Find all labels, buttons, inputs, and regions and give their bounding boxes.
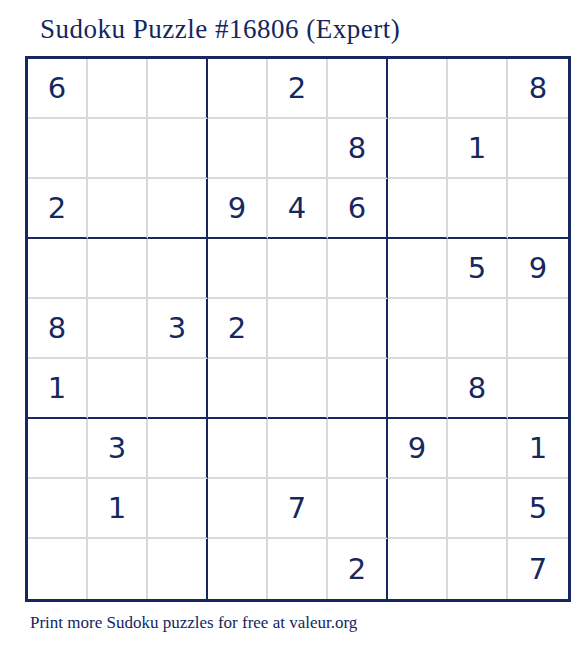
cell-r7c6-empty xyxy=(328,419,388,479)
cell-r5c9-empty xyxy=(508,299,568,359)
cell-r4c5-empty xyxy=(268,239,328,299)
cell-r2c5-empty xyxy=(268,119,328,179)
cell-r6c2-empty xyxy=(88,359,148,419)
cell-r4c7-empty xyxy=(388,239,448,299)
cell-r6c1-given: 1 xyxy=(28,359,88,419)
cell-r4c8-given: 5 xyxy=(448,239,508,299)
cell-r5c2-empty xyxy=(88,299,148,359)
cell-r1c6-empty xyxy=(328,59,388,119)
cell-r1c8-empty xyxy=(448,59,508,119)
cell-r3c6-given: 6 xyxy=(328,179,388,239)
cell-r2c7-empty xyxy=(388,119,448,179)
cell-r1c2-empty xyxy=(88,59,148,119)
cell-r3c5-given: 4 xyxy=(268,179,328,239)
cell-r7c9-given: 1 xyxy=(508,419,568,479)
cell-r4c1-empty xyxy=(28,239,88,299)
cell-r3c4-given: 9 xyxy=(208,179,268,239)
printable-sudoku-page: Sudoku Puzzle #16806 (Expert) 6288129465… xyxy=(0,0,580,651)
cell-r4c6-empty xyxy=(328,239,388,299)
sudoku-board: 628812946598321839117527 xyxy=(25,56,571,602)
cell-r6c3-empty xyxy=(148,359,208,419)
cell-r9c5-empty xyxy=(268,539,328,599)
cell-r3c7-empty xyxy=(388,179,448,239)
cell-r8c5-given: 7 xyxy=(268,479,328,539)
cell-r8c9-given: 5 xyxy=(508,479,568,539)
cell-r6c5-empty xyxy=(268,359,328,419)
cell-r8c2-given: 1 xyxy=(88,479,148,539)
cell-r1c9-given: 8 xyxy=(508,59,568,119)
cell-r2c8-given: 1 xyxy=(448,119,508,179)
cell-r5c1-given: 8 xyxy=(28,299,88,359)
cell-r8c1-empty xyxy=(28,479,88,539)
cell-r5c4-given: 2 xyxy=(208,299,268,359)
cell-r9c7-empty xyxy=(388,539,448,599)
footer-text: Print more Sudoku puzzles for free at va… xyxy=(30,613,580,633)
cell-r7c8-empty xyxy=(448,419,508,479)
cell-r1c1-given: 6 xyxy=(28,59,88,119)
cell-r7c7-given: 9 xyxy=(388,419,448,479)
cell-r7c4-empty xyxy=(208,419,268,479)
cell-r8c3-empty xyxy=(148,479,208,539)
cell-r1c7-empty xyxy=(388,59,448,119)
cell-r7c5-empty xyxy=(268,419,328,479)
cell-r2c1-empty xyxy=(28,119,88,179)
cell-r6c7-empty xyxy=(388,359,448,419)
cell-r3c3-empty xyxy=(148,179,208,239)
cell-r6c8-given: 8 xyxy=(448,359,508,419)
cell-r8c4-empty xyxy=(208,479,268,539)
cell-r5c5-empty xyxy=(268,299,328,359)
cell-r9c1-empty xyxy=(28,539,88,599)
cell-r3c2-empty xyxy=(88,179,148,239)
cell-r8c6-empty xyxy=(328,479,388,539)
cell-r3c1-given: 2 xyxy=(28,179,88,239)
cell-r5c6-empty xyxy=(328,299,388,359)
cell-r5c3-given: 3 xyxy=(148,299,208,359)
cell-r6c9-empty xyxy=(508,359,568,419)
cell-r6c4-empty xyxy=(208,359,268,419)
cell-r5c8-empty xyxy=(448,299,508,359)
page-title: Sudoku Puzzle #16806 (Expert) xyxy=(0,0,580,45)
cell-r6c6-empty xyxy=(328,359,388,419)
cell-r4c3-empty xyxy=(148,239,208,299)
cell-r2c3-empty xyxy=(148,119,208,179)
cell-r9c6-given: 2 xyxy=(328,539,388,599)
cell-r9c2-empty xyxy=(88,539,148,599)
cell-r3c8-empty xyxy=(448,179,508,239)
cell-r8c8-empty xyxy=(448,479,508,539)
cell-r9c8-empty xyxy=(448,539,508,599)
cell-r1c3-empty xyxy=(148,59,208,119)
cell-r9c3-empty xyxy=(148,539,208,599)
cell-r9c4-empty xyxy=(208,539,268,599)
cell-r7c1-empty xyxy=(28,419,88,479)
cell-r2c4-empty xyxy=(208,119,268,179)
cell-r2c9-empty xyxy=(508,119,568,179)
cell-r7c3-empty xyxy=(148,419,208,479)
cell-r2c6-given: 8 xyxy=(328,119,388,179)
cell-r1c4-empty xyxy=(208,59,268,119)
cell-r4c4-empty xyxy=(208,239,268,299)
cell-r7c2-given: 3 xyxy=(88,419,148,479)
cell-r2c2-empty xyxy=(88,119,148,179)
cell-r3c9-empty xyxy=(508,179,568,239)
cell-r4c9-given: 9 xyxy=(508,239,568,299)
cell-r5c7-empty xyxy=(388,299,448,359)
cell-r9c9-given: 7 xyxy=(508,539,568,599)
cell-r1c5-given: 2 xyxy=(268,59,328,119)
cell-r8c7-empty xyxy=(388,479,448,539)
cell-r4c2-empty xyxy=(88,239,148,299)
